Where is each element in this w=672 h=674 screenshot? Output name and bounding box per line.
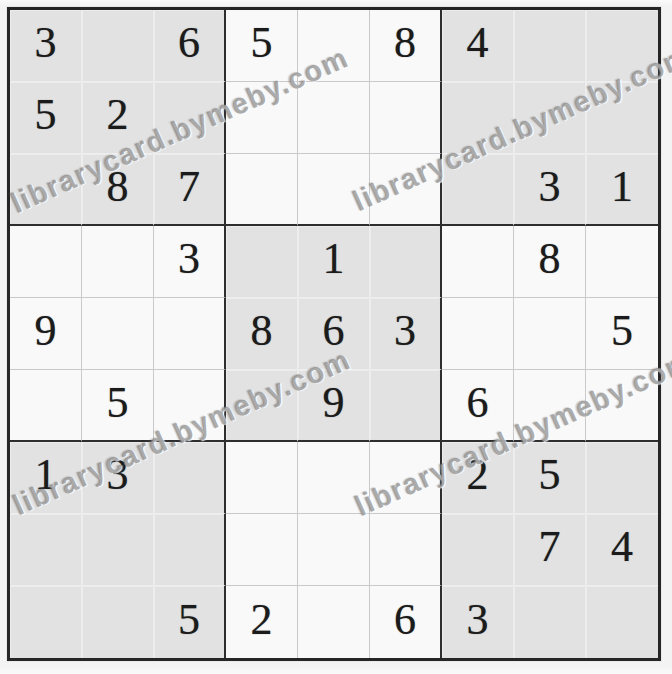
cell-r5c4[interactable]: 8 <box>226 298 298 370</box>
cell-r7c1[interactable]: 1 <box>10 442 82 514</box>
cell-r2c1[interactable]: 5 <box>10 82 82 154</box>
cell-r5c8[interactable] <box>514 298 586 370</box>
given-digit: 9 <box>323 377 345 428</box>
cell-r1c8[interactable] <box>514 10 586 82</box>
cell-r6c3[interactable] <box>154 370 226 442</box>
cell-r1c5[interactable] <box>298 10 370 82</box>
given-digit: 5 <box>178 594 200 645</box>
cell-r6c4[interactable] <box>226 370 298 442</box>
given-digit: 5 <box>539 449 561 500</box>
given-digit: 2 <box>467 449 489 500</box>
page-background: 36584528731318986355961325745263 library… <box>0 0 672 674</box>
given-digit: 3 <box>394 305 416 356</box>
cell-r2c9[interactable] <box>586 82 658 154</box>
cell-r3c7[interactable] <box>442 154 514 226</box>
cell-r1c4[interactable]: 5 <box>226 10 298 82</box>
cell-r9c7[interactable]: 3 <box>442 586 514 658</box>
cell-r9c8[interactable] <box>514 586 586 658</box>
cell-r7c6[interactable] <box>370 442 442 514</box>
cell-r5c9[interactable]: 5 <box>586 298 658 370</box>
cell-r7c5[interactable] <box>298 442 370 514</box>
given-digit: 5 <box>35 89 57 140</box>
cell-r7c7[interactable]: 2 <box>442 442 514 514</box>
cell-r9c4[interactable]: 2 <box>226 586 298 658</box>
given-digit: 6 <box>467 377 489 428</box>
cell-r4c6[interactable] <box>370 226 442 298</box>
cell-r4c2[interactable] <box>82 226 154 298</box>
cell-r7c4[interactable] <box>226 442 298 514</box>
cell-r6c1[interactable] <box>10 370 82 442</box>
cell-r7c2[interactable]: 3 <box>82 442 154 514</box>
cell-r5c5[interactable]: 6 <box>298 298 370 370</box>
cell-r7c9[interactable] <box>586 442 658 514</box>
cell-r5c6[interactable]: 3 <box>370 298 442 370</box>
cell-r6c6[interactable] <box>370 370 442 442</box>
cell-r5c2[interactable] <box>82 298 154 370</box>
cell-r3c5[interactable] <box>298 154 370 226</box>
cell-r8c9[interactable]: 4 <box>586 514 658 586</box>
cell-r8c1[interactable] <box>10 514 82 586</box>
cell-r3c6[interactable] <box>370 154 442 226</box>
cell-r1c3[interactable]: 6 <box>154 10 226 82</box>
cell-r8c7[interactable] <box>442 514 514 586</box>
given-digit: 3 <box>467 594 489 645</box>
cell-r5c1[interactable]: 9 <box>10 298 82 370</box>
given-digit: 5 <box>107 377 129 428</box>
given-digit: 1 <box>611 161 633 212</box>
given-digit: 8 <box>251 305 273 356</box>
cell-r6c8[interactable] <box>514 370 586 442</box>
given-digit: 7 <box>178 161 200 212</box>
given-digit: 2 <box>251 594 273 645</box>
cell-r8c3[interactable] <box>154 514 226 586</box>
cell-r4c1[interactable] <box>10 226 82 298</box>
given-digit: 3 <box>178 233 200 284</box>
cell-r3c3[interactable]: 7 <box>154 154 226 226</box>
cell-r4c4[interactable] <box>226 226 298 298</box>
cell-r9c6[interactable]: 6 <box>370 586 442 658</box>
cell-r9c1[interactable] <box>10 586 82 658</box>
given-digit: 3 <box>107 449 129 500</box>
given-digit: 7 <box>539 521 561 572</box>
cell-r4c8[interactable]: 8 <box>514 226 586 298</box>
given-digit: 6 <box>323 305 345 356</box>
cell-r2c8[interactable] <box>514 82 586 154</box>
cell-r2c6[interactable] <box>370 82 442 154</box>
sudoku-board: 36584528731318986355961325745263 <box>7 7 661 661</box>
cell-r3c1[interactable] <box>10 154 82 226</box>
cell-r8c5[interactable] <box>298 514 370 586</box>
cell-r2c3[interactable] <box>154 82 226 154</box>
given-digit: 4 <box>467 17 489 68</box>
cell-r6c5[interactable]: 9 <box>298 370 370 442</box>
given-digit: 8 <box>394 17 416 68</box>
cell-r6c7[interactable]: 6 <box>442 370 514 442</box>
cell-r7c3[interactable] <box>154 442 226 514</box>
cell-r4c9[interactable] <box>586 226 658 298</box>
given-digit: 3 <box>539 161 561 212</box>
cell-r5c3[interactable] <box>154 298 226 370</box>
given-digit: 8 <box>107 161 129 212</box>
cell-r6c2[interactable]: 5 <box>82 370 154 442</box>
given-digit: 8 <box>539 233 561 284</box>
cell-r6c9[interactable] <box>586 370 658 442</box>
given-digit: 5 <box>251 17 273 68</box>
cell-r3c2[interactable]: 8 <box>82 154 154 226</box>
cell-r8c4[interactable] <box>226 514 298 586</box>
cell-r9c9[interactable] <box>586 586 658 658</box>
cell-r5c7[interactable] <box>442 298 514 370</box>
cell-r3c8[interactable]: 3 <box>514 154 586 226</box>
cell-r2c5[interactable] <box>298 82 370 154</box>
given-digit: 1 <box>35 449 57 500</box>
cell-r8c8[interactable]: 7 <box>514 514 586 586</box>
cell-r8c6[interactable] <box>370 514 442 586</box>
given-digit: 1 <box>323 233 345 284</box>
cell-r2c4[interactable] <box>226 82 298 154</box>
cell-r8c2[interactable] <box>82 514 154 586</box>
given-digit: 5 <box>611 305 633 356</box>
cell-r9c5[interactable] <box>298 586 370 658</box>
cell-r3c4[interactable] <box>226 154 298 226</box>
cell-r1c2[interactable] <box>82 10 154 82</box>
cell-r1c9[interactable] <box>586 10 658 82</box>
given-digit: 6 <box>178 17 200 68</box>
given-digit: 6 <box>394 594 416 645</box>
cell-r1c7[interactable]: 4 <box>442 10 514 82</box>
given-digit: 2 <box>107 89 129 140</box>
cell-r4c3[interactable]: 3 <box>154 226 226 298</box>
cell-r9c3[interactable]: 5 <box>154 586 226 658</box>
cell-r4c7[interactable] <box>442 226 514 298</box>
cell-r2c2[interactable]: 2 <box>82 82 154 154</box>
given-digit: 3 <box>35 17 57 68</box>
cell-r1c1[interactable]: 3 <box>10 10 82 82</box>
cell-r1c6[interactable]: 8 <box>370 10 442 82</box>
cell-r9c2[interactable] <box>82 586 154 658</box>
cell-r2c7[interactable] <box>442 82 514 154</box>
cell-r3c9[interactable]: 1 <box>586 154 658 226</box>
cell-r4c5[interactable]: 1 <box>298 226 370 298</box>
cell-r7c8[interactable]: 5 <box>514 442 586 514</box>
given-digit: 4 <box>611 521 633 572</box>
given-digit: 9 <box>35 305 57 356</box>
